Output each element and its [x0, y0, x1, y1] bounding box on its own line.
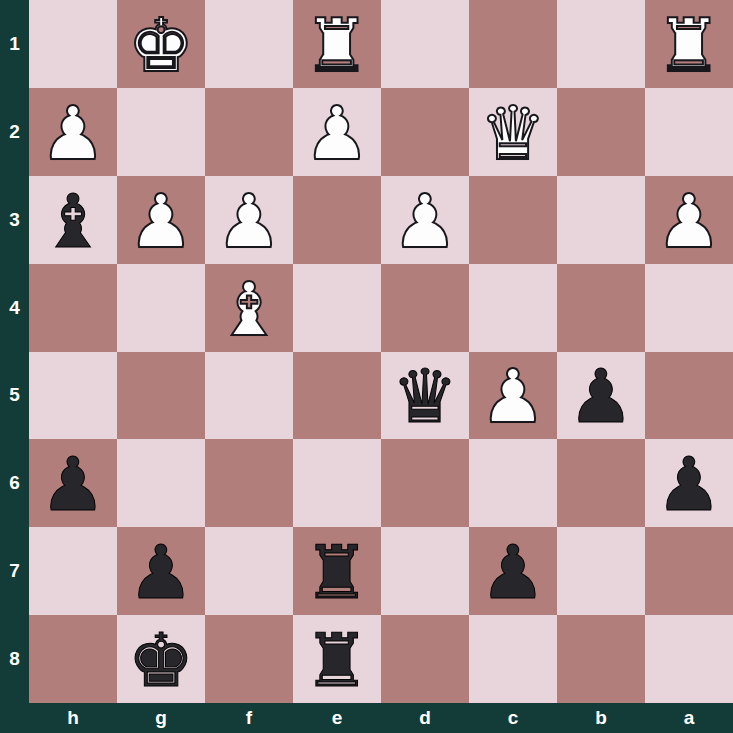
- square-h8[interactable]: [29, 615, 117, 703]
- black-pawn[interactable]: ♟: [128, 535, 194, 609]
- square-h5[interactable]: [29, 352, 117, 440]
- square-b2[interactable]: [557, 88, 645, 176]
- square-c7[interactable]: ♟: [469, 527, 557, 615]
- rank-label-7: 7: [0, 527, 29, 615]
- rank-label-8: 8: [0, 615, 29, 703]
- white-pawn[interactable]: ♟: [392, 184, 458, 258]
- square-d1[interactable]: [381, 0, 469, 88]
- white-pawn[interactable]: ♟: [480, 359, 546, 433]
- square-c3[interactable]: [469, 176, 557, 264]
- square-d6[interactable]: [381, 439, 469, 527]
- square-e5[interactable]: [293, 352, 381, 440]
- white-pawn[interactable]: ♟: [40, 96, 106, 170]
- square-c5[interactable]: ♟: [469, 352, 557, 440]
- square-f2[interactable]: [205, 88, 293, 176]
- square-c1[interactable]: [469, 0, 557, 88]
- square-b1[interactable]: [557, 0, 645, 88]
- square-g3[interactable]: ♟: [117, 176, 205, 264]
- square-f6[interactable]: [205, 439, 293, 527]
- square-a3[interactable]: ♟: [645, 176, 733, 264]
- white-pawn[interactable]: ♟: [216, 184, 282, 258]
- file-label-d: d: [381, 703, 469, 733]
- square-a7[interactable]: [645, 527, 733, 615]
- file-label-g: g: [117, 703, 205, 733]
- black-rook[interactable]: ♜: [304, 623, 370, 697]
- white-rook[interactable]: ♜: [304, 8, 370, 82]
- file-label-b: b: [557, 703, 645, 733]
- square-g7[interactable]: ♟: [117, 527, 205, 615]
- square-f3[interactable]: ♟: [205, 176, 293, 264]
- chess-board: 1♚♜♜2♟♟♛3♝♟♟♟♟4♝5♛♟♟6♟♟7♟♜♟8♚♜hgfedcba: [0, 0, 733, 733]
- black-queen[interactable]: ♛: [392, 359, 458, 433]
- white-king[interactable]: ♚: [128, 8, 194, 82]
- square-h4[interactable]: [29, 264, 117, 352]
- square-a8[interactable]: [645, 615, 733, 703]
- black-pawn[interactable]: ♟: [656, 447, 722, 521]
- square-f1[interactable]: [205, 0, 293, 88]
- square-d3[interactable]: ♟: [381, 176, 469, 264]
- square-a5[interactable]: [645, 352, 733, 440]
- square-d7[interactable]: [381, 527, 469, 615]
- square-a6[interactable]: ♟: [645, 439, 733, 527]
- square-a4[interactable]: [645, 264, 733, 352]
- square-h2[interactable]: ♟: [29, 88, 117, 176]
- square-e1[interactable]: ♜: [293, 0, 381, 88]
- black-pawn[interactable]: ♟: [568, 359, 634, 433]
- white-queen[interactable]: ♛: [480, 96, 546, 170]
- file-label-c: c: [469, 703, 557, 733]
- rank-label-2: 2: [0, 88, 29, 176]
- file-label-e: e: [293, 703, 381, 733]
- square-e6[interactable]: [293, 439, 381, 527]
- square-e2[interactable]: ♟: [293, 88, 381, 176]
- square-h3[interactable]: ♝: [29, 176, 117, 264]
- square-c6[interactable]: [469, 439, 557, 527]
- rank-label-1: 1: [0, 0, 29, 88]
- square-f8[interactable]: [205, 615, 293, 703]
- square-c8[interactable]: [469, 615, 557, 703]
- square-f4[interactable]: ♝: [205, 264, 293, 352]
- square-d2[interactable]: [381, 88, 469, 176]
- white-rook[interactable]: ♜: [656, 8, 722, 82]
- square-d8[interactable]: [381, 615, 469, 703]
- white-bishop[interactable]: ♝: [216, 272, 282, 346]
- square-f7[interactable]: [205, 527, 293, 615]
- white-pawn[interactable]: ♟: [656, 184, 722, 258]
- square-d4[interactable]: [381, 264, 469, 352]
- white-pawn[interactable]: ♟: [128, 184, 194, 258]
- square-e4[interactable]: [293, 264, 381, 352]
- square-h1[interactable]: [29, 0, 117, 88]
- file-label-f: f: [205, 703, 293, 733]
- square-c4[interactable]: [469, 264, 557, 352]
- rank-label-4: 4: [0, 264, 29, 352]
- black-bishop[interactable]: ♝: [40, 184, 106, 258]
- rank-label-6: 6: [0, 439, 29, 527]
- board-corner: [0, 703, 29, 733]
- square-a1[interactable]: ♜: [645, 0, 733, 88]
- white-pawn[interactable]: ♟: [304, 96, 370, 170]
- square-g6[interactable]: [117, 439, 205, 527]
- square-g8[interactable]: ♚: [117, 615, 205, 703]
- square-e3[interactable]: [293, 176, 381, 264]
- square-a2[interactable]: [645, 88, 733, 176]
- black-rook[interactable]: ♜: [304, 535, 370, 609]
- square-g4[interactable]: [117, 264, 205, 352]
- square-b3[interactable]: [557, 176, 645, 264]
- rank-label-3: 3: [0, 176, 29, 264]
- square-g5[interactable]: [117, 352, 205, 440]
- square-h6[interactable]: ♟: [29, 439, 117, 527]
- square-e7[interactable]: ♜: [293, 527, 381, 615]
- square-f5[interactable]: [205, 352, 293, 440]
- black-pawn[interactable]: ♟: [480, 535, 546, 609]
- square-b6[interactable]: [557, 439, 645, 527]
- square-g1[interactable]: ♚: [117, 0, 205, 88]
- square-d5[interactable]: ♛: [381, 352, 469, 440]
- square-e8[interactable]: ♜: [293, 615, 381, 703]
- square-g2[interactable]: [117, 88, 205, 176]
- square-b7[interactable]: [557, 527, 645, 615]
- black-king[interactable]: ♚: [128, 623, 194, 697]
- black-pawn[interactable]: ♟: [40, 447, 106, 521]
- square-c2[interactable]: ♛: [469, 88, 557, 176]
- square-b4[interactable]: [557, 264, 645, 352]
- file-label-a: a: [645, 703, 733, 733]
- square-b5[interactable]: ♟: [557, 352, 645, 440]
- square-b8[interactable]: [557, 615, 645, 703]
- file-label-h: h: [29, 703, 117, 733]
- rank-label-5: 5: [0, 352, 29, 440]
- square-h7[interactable]: [29, 527, 117, 615]
